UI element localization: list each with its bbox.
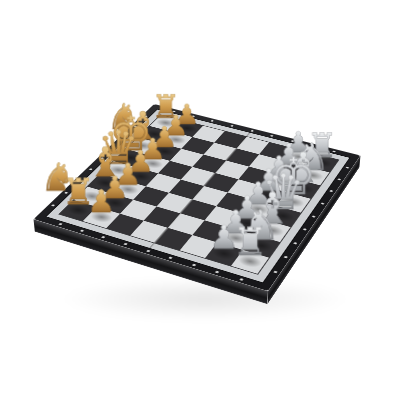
rivet-dot [123, 243, 127, 246]
rivet-dot [329, 190, 333, 192]
rivet-dot [312, 215, 316, 217]
rivet-dot [303, 228, 307, 231]
chess-board: ♜♞♝♛♚♝♞♜♟♟♟♟♟♟♟♟♟♟♟♟♟♟♟♟♜♞♝♛♚♝♞♜ [34, 104, 361, 291]
rivet-dot [293, 242, 297, 245]
silver-rook-glyph: ♜ [233, 223, 268, 262]
scene: ♜♞♝♛♚♝♞♜♟♟♟♟♟♟♟♟♟♟♟♟♟♟♟♟♜♞♝♛♚♝♞♜ [0, 0, 400, 400]
rivet-dot [239, 278, 243, 281]
rivet-dot [273, 270, 277, 273]
rivet-dot [146, 249, 150, 252]
product-photo-stage: ♜♞♝♛♚♝♞♜♟♟♟♟♟♟♟♟♟♟♟♟♟♟♟♟♜♞♝♛♚♝♞♜ [0, 0, 400, 400]
rivet-dot [101, 236, 105, 239]
rivet-dot [284, 256, 288, 259]
rivet-dot [80, 229, 84, 232]
rivet-dot [345, 167, 349, 169]
rivet-dot [250, 130, 254, 132]
rivet-dot [51, 204, 55, 206]
rivet-dot [211, 120, 215, 122]
gold-pawn-glyph: ♟ [87, 186, 115, 217]
rivet-dot [168, 256, 172, 259]
rivet-dot [337, 178, 341, 180]
rivet-dot [192, 263, 196, 266]
rivet-dot [321, 202, 325, 204]
rivet-dot [215, 271, 219, 274]
rivet-dot [230, 125, 234, 127]
rivet-dot [59, 223, 63, 226]
rivet-dot [270, 135, 274, 137]
